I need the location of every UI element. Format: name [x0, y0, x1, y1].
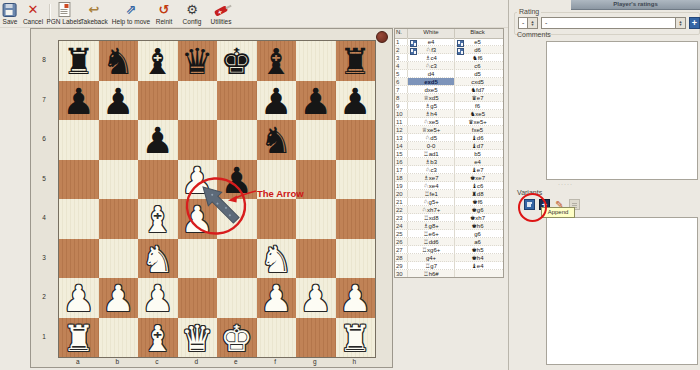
black-pawn-b7[interactable]: ♟	[99, 81, 139, 121]
move-black-21[interactable]: ♚f6	[455, 198, 500, 205]
move-white-29[interactable]: ♖g7	[408, 262, 455, 269]
move-white-4[interactable]: ♘c3	[408, 62, 455, 69]
file-label-g: g	[295, 358, 335, 367]
black-knight-b8[interactable]: ♞	[99, 41, 139, 81]
move-black-23[interactable]: ♚xh7	[455, 214, 500, 221]
reinit-button[interactable]: ↺ Reinit	[156, 2, 173, 25]
move-white-17[interactable]: ♘c3	[408, 166, 455, 173]
square-g5[interactable]	[296, 160, 336, 200]
move-black-2[interactable]: d6	[455, 46, 500, 53]
toolbar: Save ✕ Cancel PGN Labels ↩ Takeback ⇗ He…	[0, 0, 508, 27]
move-black-26[interactable]: a6	[455, 238, 500, 245]
move-row-5: 5d4d5	[395, 70, 503, 78]
move-row-9: 9♗g5f6	[395, 102, 503, 110]
move-black-29[interactable]: ♝e4	[455, 262, 500, 269]
comments-textarea[interactable]	[546, 41, 698, 180]
move-row-23: 23♖xd8♚xh7	[395, 214, 503, 222]
move-number-6: 6	[395, 78, 408, 85]
rank-label-7: 7	[31, 80, 57, 120]
move-white-20[interactable]: ♖fe1	[408, 190, 455, 197]
move-number-16: 16	[395, 158, 408, 165]
move-row-24: 24♗g8+♚h6	[395, 222, 503, 230]
header-move-number: N.	[395, 29, 408, 38]
rank-label-5: 5	[31, 159, 57, 199]
move-number-3: 3	[395, 54, 408, 61]
black-bishop-f8[interactable]: ♝	[257, 41, 297, 81]
rank-label-3: 3	[31, 238, 57, 278]
white-bishop-c1[interactable]: ♝	[138, 318, 178, 358]
file-label-c: c	[137, 358, 177, 367]
black-pawn-h7[interactable]: ♟	[336, 81, 376, 121]
save-label: Save	[3, 18, 18, 25]
move-number-20: 20	[395, 190, 408, 197]
move-black-18[interactable]: ♚xe7	[455, 174, 500, 181]
move-row-22: 22♘xh7+♚g6	[395, 206, 503, 214]
reinit-icon: ↺	[156, 2, 173, 17]
move-number-19: 19	[395, 182, 408, 189]
square-e4[interactable]	[217, 199, 257, 239]
white-knight-c3[interactable]: ♞	[138, 239, 178, 279]
move-black-19[interactable]: ♝c6	[455, 182, 500, 189]
square-a4[interactable]	[59, 199, 99, 239]
move-number-29: 29	[395, 262, 408, 269]
cancel-label: Cancel	[23, 18, 43, 25]
move-list-rows: 1e4e52♘f3d63♗c4♞f64♘c3c65d4d56exd5cxd57d…	[395, 38, 503, 277]
move-black-9[interactable]: f6	[455, 102, 500, 109]
square-b1[interactable]	[99, 318, 139, 358]
move-white-13[interactable]: ♘d5	[408, 134, 455, 141]
black-pawn-f7[interactable]: ♟	[257, 81, 297, 121]
black-pawn-g7[interactable]: ♟	[296, 81, 336, 121]
move-row-27: 27♖xg6+♚h5	[395, 246, 503, 254]
move-black-17[interactable]: ♝e7	[455, 166, 500, 173]
rating-spin-stepper[interactable]: ▲▼	[527, 18, 537, 28]
turn-indicator-black-to-move	[376, 31, 388, 43]
move-black-11[interactable]: ♛xe5+	[455, 118, 500, 125]
move-white-21[interactable]: ♘g5+	[408, 198, 455, 205]
move-row-11: 11♘xe5♛xe5+	[395, 118, 503, 126]
move-row-30: 30♖h6#	[395, 270, 503, 277]
move-number-5: 5	[395, 70, 408, 77]
help-to-move-button[interactable]: ⇗ Help to move	[112, 2, 150, 25]
move-row-1: 1e4e5	[395, 38, 503, 46]
square-f1[interactable]	[257, 318, 297, 358]
move-number-15: 15	[395, 150, 408, 157]
help-to-move-label: Help to move	[112, 18, 150, 25]
move-white-12[interactable]: ♕xe5+	[408, 126, 455, 133]
move-white-7[interactable]: dxe5	[408, 86, 455, 93]
move-number-2: 2	[395, 46, 408, 53]
move-row-12: 12♕xe5+fxe5	[395, 126, 503, 134]
move-white-24[interactable]: ♗g8+	[408, 222, 455, 229]
square-h6[interactable]	[336, 120, 376, 160]
move-black-25[interactable]: g6	[455, 230, 500, 237]
move-white-27[interactable]: ♖xg6+	[408, 246, 455, 253]
rank-labels: 87654321	[31, 40, 57, 356]
move-black-27[interactable]: ♚h5	[455, 246, 500, 253]
black-rook-h8[interactable]: ♜	[336, 41, 376, 81]
white-king-e1[interactable]: ♚	[217, 318, 257, 358]
move-white-22[interactable]: ♘xh7+	[408, 206, 455, 213]
move-row-15: 15♖ad1b5	[395, 150, 503, 158]
save-icon	[3, 3, 17, 17]
move-number-26: 26	[395, 238, 408, 245]
comments-label: Comments	[517, 31, 551, 38]
reinit-label: Reinit	[156, 18, 173, 25]
move-row-13: 13♘d5♝d6	[395, 134, 503, 142]
move-number-27: 27	[395, 246, 408, 253]
black-pawn-e5[interactable]: ♟	[217, 160, 257, 200]
move-row-25: 25♖e6+g6	[395, 230, 503, 238]
square-e2[interactable]	[217, 278, 257, 318]
move-number-4: 4	[395, 62, 408, 69]
move-black-3[interactable]: ♞f6	[455, 54, 500, 61]
white-queen-d1[interactable]: ♛	[178, 318, 218, 358]
move-number-21: 21	[395, 198, 408, 205]
file-labels: abcdefgh	[58, 358, 374, 367]
move-row-16: 16♗b3e4	[395, 158, 503, 166]
move-white-1[interactable]: e4	[408, 38, 455, 45]
black-pawn-a7[interactable]: ♟	[59, 81, 99, 121]
white-pawn-d5[interactable]: ♟	[178, 160, 218, 200]
square-a5[interactable]	[59, 160, 99, 200]
square-g4[interactable]	[296, 199, 336, 239]
square-h5[interactable]	[336, 160, 376, 200]
chess-board[interactable]: ♜♞♝♛♚♝♜♟♟♟♟♟♟♞♟♟♝♟♞♞♟♟♟♟♟♟♜♝♛♚♜	[58, 40, 376, 358]
save-button[interactable]: Save	[3, 2, 18, 25]
move-black-30[interactable]	[455, 270, 500, 277]
white-pawn-d4[interactable]: ♟	[178, 199, 218, 239]
white-bishop-c4[interactable]: ♝	[138, 199, 178, 239]
move-row-21: 21♘g5+♚f6	[395, 198, 503, 206]
move-black-13[interactable]: ♝d6	[455, 134, 500, 141]
move-row-29: 29♖g7♝e4	[395, 262, 503, 270]
move-black-5[interactable]: d5	[455, 70, 500, 77]
move-black-20[interactable]: ♜d8	[455, 190, 500, 197]
utilities-knife-icon	[214, 5, 228, 16]
move-number-30: 30	[395, 270, 408, 277]
move-number-10: 10	[395, 110, 408, 117]
black-queen-d8[interactable]: ♛	[178, 41, 218, 81]
move-row-20: 20♖fe1♜d8	[395, 190, 503, 198]
white-rook-a1[interactable]: ♜	[59, 318, 99, 358]
move-white-3[interactable]: ♗c4	[408, 54, 455, 61]
rating-spin-value: -	[522, 19, 524, 26]
move-row-18: 18♗xe7♚xe7	[395, 174, 503, 182]
square-h4[interactable]	[336, 199, 376, 239]
rank-label-8: 8	[31, 40, 57, 80]
black-knight-f6[interactable]: ♞	[257, 120, 297, 160]
rating-add-button[interactable]: +	[689, 17, 700, 29]
move-black-15[interactable]: b5	[455, 150, 500, 157]
move-number-23: 23	[395, 214, 408, 221]
move-number-11: 11	[395, 118, 408, 125]
cancel-button[interactable]: ✕ Cancel	[23, 2, 43, 25]
white-knight-f3[interactable]: ♞	[257, 239, 297, 279]
file-label-b: b	[98, 358, 138, 367]
header-black: Black	[455, 29, 500, 38]
white-rook-h1[interactable]: ♜	[336, 318, 376, 358]
move-white-5[interactable]: d4	[408, 70, 455, 77]
pane-splitter-handle[interactable]: ·····	[558, 181, 588, 187]
rank-label-1: 1	[31, 317, 57, 357]
move-row-17: 17♘c3♝e7	[395, 166, 503, 174]
takeback-button[interactable]: ↩ Takeback	[80, 2, 107, 25]
move-black-4[interactable]: c6	[455, 62, 500, 69]
square-d6[interactable]	[178, 120, 218, 160]
move-white-11[interactable]: ♘xe5	[408, 118, 455, 125]
file-label-a: a	[58, 358, 98, 367]
square-e7[interactable]	[217, 81, 257, 121]
file-label-f: f	[256, 358, 296, 367]
move-white-18[interactable]: ♗xe7	[408, 174, 455, 181]
move-number-14: 14	[395, 142, 408, 149]
takeback-label: Takeback	[80, 18, 107, 25]
white-pawn-a2[interactable]: ♟	[59, 278, 99, 318]
white-pawn-c2[interactable]: ♟	[138, 278, 178, 318]
black-rook-a8[interactable]: ♜	[59, 41, 99, 81]
black-pawn-c6[interactable]: ♟	[138, 120, 178, 160]
rating-label: Rating	[517, 8, 541, 15]
square-c7[interactable]	[138, 81, 178, 121]
move-white-30[interactable]: ♖h6#	[408, 270, 455, 277]
move-white-23[interactable]: ♖xd8	[408, 214, 455, 221]
move-row-10: 10♗h4♞xe5	[395, 110, 503, 118]
move-number-12: 12	[395, 126, 408, 133]
pgn-labels-icon	[58, 2, 70, 17]
pgn-labels-label: PGN Labels	[46, 18, 81, 25]
help-to-move-icon: ⇗	[112, 2, 150, 17]
move-black-28[interactable]: ♚h4	[455, 254, 500, 261]
rank-label-4: 4	[31, 198, 57, 238]
square-d3[interactable]	[178, 239, 218, 279]
rank-label-6: 6	[31, 119, 57, 159]
move-white-6[interactable]: exd5	[408, 78, 455, 85]
white-pawn-b2[interactable]: ♟	[99, 278, 139, 318]
move-white-14[interactable]: 0-0	[408, 142, 455, 149]
square-b5[interactable]	[99, 160, 139, 200]
square-d2[interactable]	[178, 278, 218, 318]
move-row-4: 4♘c3c6	[395, 62, 503, 70]
move-white-10[interactable]: ♗h4	[408, 110, 455, 117]
red-circle-highlight	[518, 193, 547, 222]
square-d7[interactable]	[178, 81, 218, 121]
takeback-icon: ↩	[80, 2, 107, 17]
config-button[interactable]: ⚙ Config	[183, 2, 202, 25]
move-black-6[interactable]: cxd5	[455, 78, 500, 85]
move-white-16[interactable]: ♗b3	[408, 158, 455, 165]
square-h3[interactable]	[336, 239, 376, 279]
move-row-14: 140-0♝d7	[395, 142, 503, 150]
move-row-8: 8♕xd5♛e7	[395, 94, 503, 102]
white-pawn-g2[interactable]: ♟	[296, 278, 336, 318]
square-f5[interactable]	[257, 160, 297, 200]
utilities-button[interactable]: Utilities	[211, 2, 232, 25]
move-white-2[interactable]: ♘f3	[408, 46, 455, 53]
rank-label-2: 2	[31, 277, 57, 317]
move-number-7: 7	[395, 86, 408, 93]
move-row-2: 2♘f3d6	[395, 46, 503, 54]
move-row-6: 6exd5cxd5	[395, 78, 503, 86]
move-black-7[interactable]: ♞fd7	[455, 86, 500, 93]
move-row-3: 3♗c4♞f6	[395, 54, 503, 62]
move-row-28: 28g4+♚h4	[395, 254, 503, 262]
side-panel: Player's ratings Rating - ▲▼ - ▲▼ + Comm…	[509, 0, 700, 370]
file-label-d: d	[177, 358, 217, 367]
square-b4[interactable]	[99, 199, 139, 239]
square-c5[interactable]	[138, 160, 178, 200]
move-row-19: 19♘xe4♝c6	[395, 182, 503, 190]
move-number-9: 9	[395, 102, 408, 109]
rating-combo[interactable]: - ▲▼	[541, 17, 686, 29]
rating-spinbox[interactable]: - ▲▼	[518, 17, 538, 29]
variants-list[interactable]	[546, 217, 698, 365]
rating-combo-value: -	[545, 19, 547, 26]
square-a6[interactable]	[59, 120, 99, 160]
move-number-24: 24	[395, 222, 408, 229]
square-e3[interactable]	[217, 239, 257, 279]
move-row-7: 7dxe5♞fd7	[395, 86, 503, 94]
header-white: White	[408, 29, 455, 38]
move-white-26[interactable]: ♖dd6	[408, 238, 455, 245]
black-king-e8[interactable]: ♚	[217, 41, 257, 81]
board-panel: 87654321 ♜♞♝♛♚♝♜♟♟♟♟♟♟♞♟♟♝♟♞♞♟♟♟♟♟♟♜♝♛♚♜…	[30, 28, 393, 368]
move-number-8: 8	[395, 94, 408, 101]
move-number-22: 22	[395, 206, 408, 213]
move-number-1: 1	[395, 38, 408, 45]
white-pawn-h2[interactable]: ♟	[336, 278, 376, 318]
move-white-28[interactable]: g4+	[408, 254, 455, 261]
square-f4[interactable]	[257, 199, 297, 239]
rating-combo-stepper[interactable]: ▲▼	[675, 18, 685, 28]
panel-title-bar[interactable]: Player's ratings	[571, 0, 700, 10]
square-b3[interactable]	[99, 239, 139, 279]
move-white-25[interactable]: ♖e6+	[408, 230, 455, 237]
square-g6[interactable]	[296, 120, 336, 160]
move-white-19[interactable]: ♘xe4	[408, 182, 455, 189]
move-white-9[interactable]: ♗g5	[408, 102, 455, 109]
move-number-28: 28	[395, 254, 408, 261]
move-row-26: 26♖dd6a6	[395, 238, 503, 246]
move-black-8[interactable]: ♛e7	[455, 94, 500, 101]
move-number-13: 13	[395, 134, 408, 141]
move-black-12[interactable]: fxe5	[455, 126, 500, 133]
square-b6[interactable]	[99, 120, 139, 160]
move-black-16[interactable]: e4	[455, 158, 500, 165]
move-number-25: 25	[395, 230, 408, 237]
move-number-17: 17	[395, 166, 408, 173]
move-white-8[interactable]: ♕xd5	[408, 94, 455, 101]
cancel-icon: ✕	[23, 2, 43, 17]
white-pawn-f2[interactable]: ♟	[257, 278, 297, 318]
move-black-1[interactable]: e5	[455, 38, 500, 45]
move-black-24[interactable]: ♚h6	[455, 222, 500, 229]
move-black-14[interactable]: ♝d7	[455, 142, 500, 149]
black-bishop-c8[interactable]: ♝	[138, 41, 178, 81]
move-number-18: 18	[395, 174, 408, 181]
square-e6[interactable]	[217, 120, 257, 160]
square-a3[interactable]	[59, 239, 99, 279]
move-white-15[interactable]: ♖ad1	[408, 150, 455, 157]
config-gear-icon: ⚙	[183, 2, 202, 17]
square-g8[interactable]	[296, 41, 336, 81]
move-black-22[interactable]: ♚g6	[455, 206, 500, 213]
file-label-e: e	[216, 358, 256, 367]
move-black-10[interactable]: ♞xe5	[455, 110, 500, 117]
square-g1[interactable]	[296, 318, 336, 358]
square-g3[interactable]	[296, 239, 336, 279]
move-list[interactable]: N. White Black 1e4e52♘f3d63♗c4♞f64♘c3c65…	[394, 28, 504, 278]
file-label-h: h	[335, 358, 375, 367]
config-label: Config	[183, 18, 202, 25]
pgn-labels-button[interactable]: PGN Labels	[46, 2, 81, 25]
